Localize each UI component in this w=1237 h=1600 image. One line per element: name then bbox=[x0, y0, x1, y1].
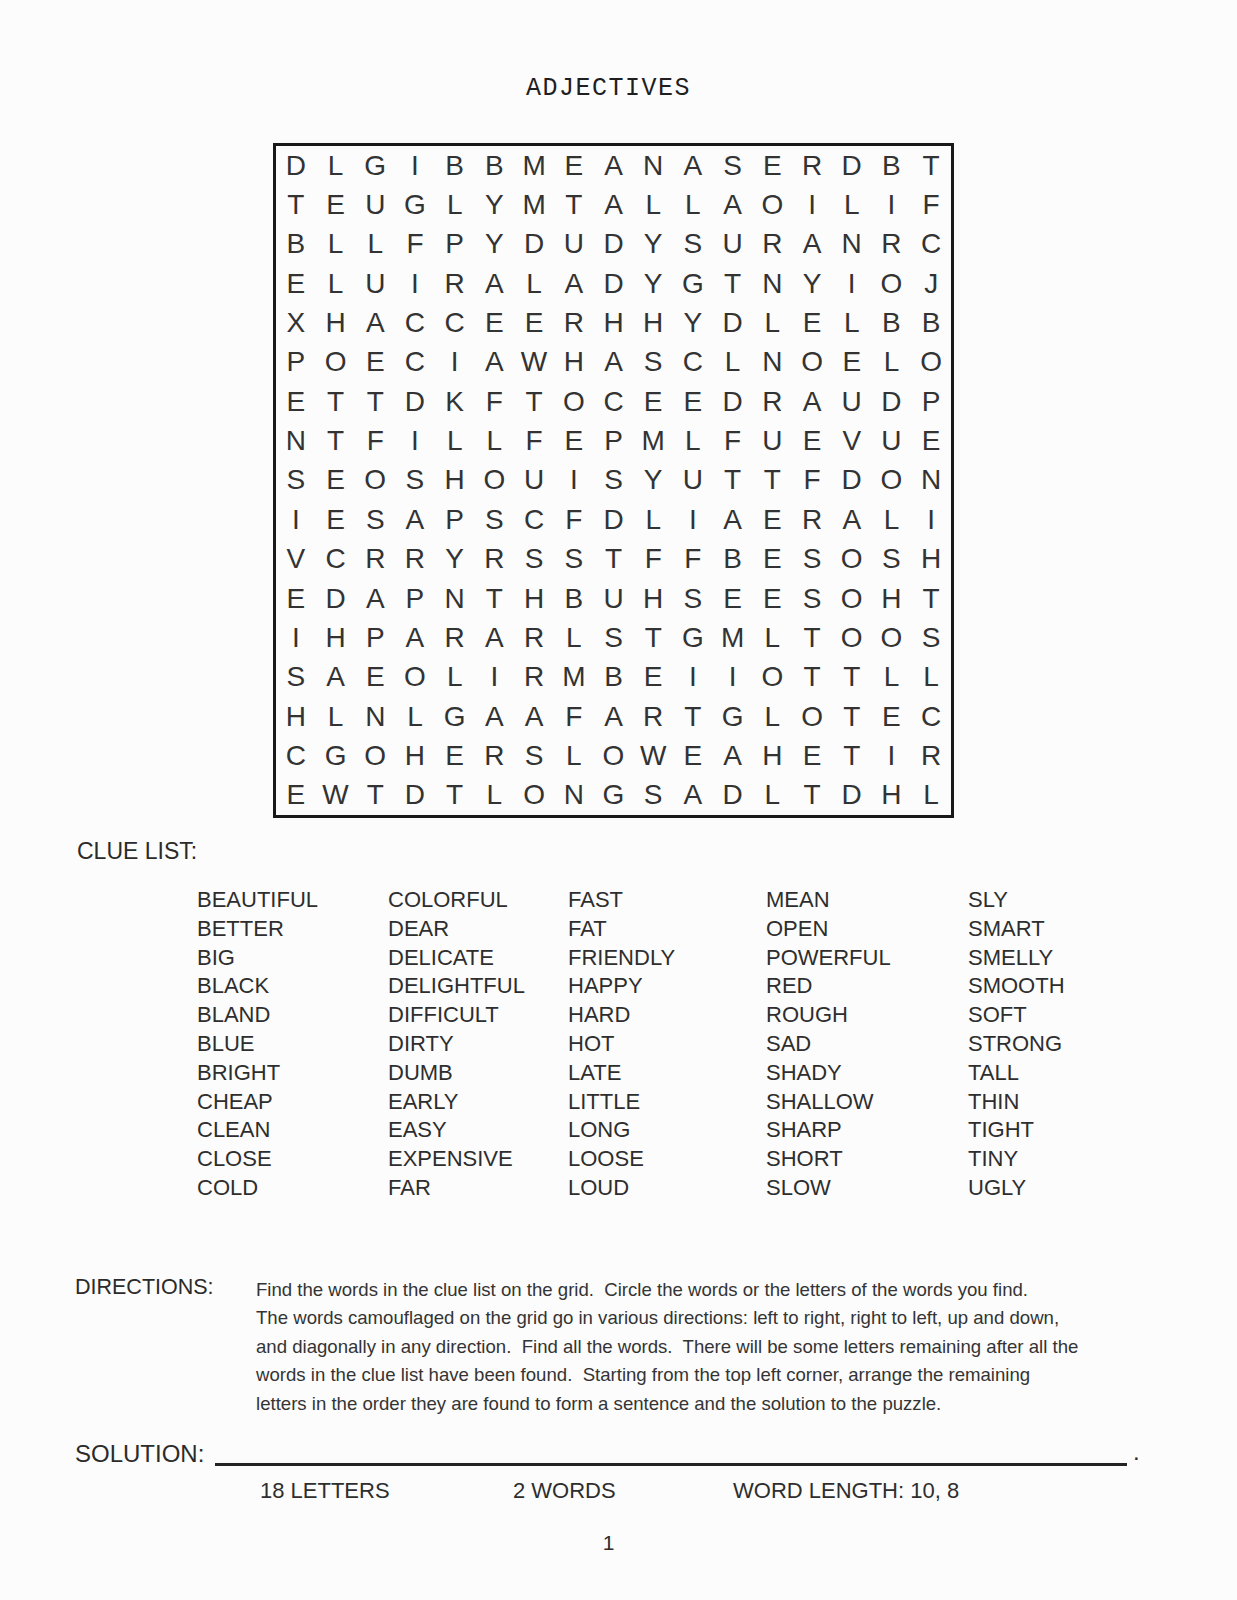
clue-word: TINY bbox=[968, 1145, 1065, 1174]
grid-cell-r15c14: O bbox=[792, 697, 832, 736]
grid-cell-r2c17: F bbox=[911, 185, 951, 224]
grid-cell-r17c17: L bbox=[911, 776, 951, 815]
clue-word: SMART bbox=[968, 915, 1065, 944]
grid-cell-r13c13: L bbox=[752, 618, 792, 657]
grid-cell-r3c10: Y bbox=[633, 225, 673, 264]
clue-word: HOT bbox=[568, 1030, 675, 1059]
grid-cell-r7c17: P bbox=[911, 382, 951, 421]
grid-cell-r8c7: F bbox=[514, 421, 554, 460]
grid-cell-r14c8: M bbox=[554, 658, 594, 697]
grid-cell-r4c3: U bbox=[355, 264, 395, 303]
grid-cell-r2c15: L bbox=[832, 185, 872, 224]
grid-cell-r9c11: U bbox=[673, 461, 713, 500]
grid-cell-r5c1: X bbox=[276, 303, 316, 342]
grid-cell-r9c13: T bbox=[752, 461, 792, 500]
grid-cell-r11c7: S bbox=[514, 540, 554, 579]
grid-cell-r2c16: I bbox=[872, 185, 912, 224]
grid-cell-r2c10: L bbox=[633, 185, 673, 224]
grid-cell-r11c17: H bbox=[911, 540, 951, 579]
grid-cell-r17c11: A bbox=[673, 776, 713, 815]
grid-cell-r13c7: R bbox=[514, 618, 554, 657]
grid-cell-r3c13: R bbox=[752, 225, 792, 264]
clue-word: SHALLOW bbox=[766, 1088, 891, 1117]
grid-cell-r14c14: T bbox=[792, 658, 832, 697]
grid-cell-r13c17: S bbox=[911, 618, 951, 657]
grid-cell-r4c16: O bbox=[872, 264, 912, 303]
grid-cell-r11c9: T bbox=[594, 540, 634, 579]
grid-cell-r17c6: L bbox=[475, 776, 515, 815]
grid-cell-r6c17: O bbox=[911, 343, 951, 382]
solution-word-lengths: WORD LENGTH: 10, 8 bbox=[733, 1478, 959, 1504]
grid-cell-r2c5: L bbox=[435, 185, 475, 224]
grid-cell-r16c12: A bbox=[713, 736, 753, 775]
grid-cell-r16c9: O bbox=[594, 736, 634, 775]
grid-cell-r5c13: L bbox=[752, 303, 792, 342]
grid-cell-r3c17: C bbox=[911, 225, 951, 264]
directions-line: words in the clue list have been found. … bbox=[256, 1361, 1078, 1389]
grid-cell-r5c6: E bbox=[475, 303, 515, 342]
grid-cell-r4c17: J bbox=[911, 264, 951, 303]
clue-word: DUMB bbox=[388, 1059, 525, 1088]
grid-cell-r17c14: T bbox=[792, 776, 832, 815]
grid-cell-r9c6: O bbox=[475, 461, 515, 500]
clue-word: BEAUTIFUL bbox=[197, 886, 318, 915]
word-search-grid: DLGIBBMEANASERDBTTEUGLYMTALLAOILIFBLLFPY… bbox=[273, 143, 954, 818]
grid-cell-r15c17: C bbox=[911, 697, 951, 736]
grid-cell-r7c13: R bbox=[752, 382, 792, 421]
grid-cell-r4c12: T bbox=[713, 264, 753, 303]
grid-cell-r9c3: O bbox=[355, 461, 395, 500]
clue-word: SMOOTH bbox=[968, 972, 1065, 1001]
page-number: 1 bbox=[0, 1531, 1217, 1555]
grid-cell-r16c15: T bbox=[832, 736, 872, 775]
grid-cell-r16c14: E bbox=[792, 736, 832, 775]
grid-cell-r9c10: Y bbox=[633, 461, 673, 500]
clue-column-2: COLORFULDEARDELICATEDELIGHTFULDIFFICULTD… bbox=[388, 886, 525, 1203]
grid-cell-r12c14: S bbox=[792, 579, 832, 618]
grid-cell-r17c7: O bbox=[514, 776, 554, 815]
grid-cell-r12c17: T bbox=[911, 579, 951, 618]
grid-cell-r2c2: E bbox=[316, 185, 356, 224]
grid-cell-r16c17: R bbox=[911, 736, 951, 775]
grid-cell-r4c11: G bbox=[673, 264, 713, 303]
clue-word: DELICATE bbox=[388, 944, 525, 973]
grid-cell-r11c15: O bbox=[832, 540, 872, 579]
grid-cell-r9c7: U bbox=[514, 461, 554, 500]
grid-cell-r14c12: I bbox=[713, 658, 753, 697]
grid-cell-r15c1: H bbox=[276, 697, 316, 736]
grid-cell-r7c5: K bbox=[435, 382, 475, 421]
grid-cell-r8c13: U bbox=[752, 421, 792, 460]
grid-cell-r14c4: O bbox=[395, 658, 435, 697]
grid-cell-r9c5: H bbox=[435, 461, 475, 500]
grid-cell-r13c14: T bbox=[792, 618, 832, 657]
grid-cell-r6c15: E bbox=[832, 343, 872, 382]
grid-cell-r11c11: F bbox=[673, 540, 713, 579]
grid-cell-r2c6: Y bbox=[475, 185, 515, 224]
grid-cell-r8c12: F bbox=[713, 421, 753, 460]
grid-cell-r12c16: H bbox=[872, 579, 912, 618]
grid-cell-r10c2: E bbox=[316, 500, 356, 539]
grid-cell-r9c4: S bbox=[395, 461, 435, 500]
grid-cell-r3c9: D bbox=[594, 225, 634, 264]
grid-cell-r11c16: S bbox=[872, 540, 912, 579]
clue-word: SHADY bbox=[766, 1059, 891, 1088]
clue-word: FAR bbox=[388, 1174, 525, 1203]
grid-cell-r13c11: G bbox=[673, 618, 713, 657]
grid-cell-r12c3: A bbox=[355, 579, 395, 618]
grid-cell-r3c6: Y bbox=[475, 225, 515, 264]
clue-word: HAPPY bbox=[568, 972, 675, 1001]
grid-cell-r7c4: D bbox=[395, 382, 435, 421]
grid-cell-r8c5: L bbox=[435, 421, 475, 460]
grid-cell-r16c4: H bbox=[395, 736, 435, 775]
clue-word: FRIENDLY bbox=[568, 944, 675, 973]
grid-cell-r17c15: D bbox=[832, 776, 872, 815]
grid-cell-r15c7: A bbox=[514, 697, 554, 736]
solution-terminator: . bbox=[1133, 1438, 1140, 1466]
grid-cell-r5c8: R bbox=[554, 303, 594, 342]
grid-cell-r10c1: I bbox=[276, 500, 316, 539]
grid-cell-r12c13: E bbox=[752, 579, 792, 618]
grid-cell-r17c8: N bbox=[554, 776, 594, 815]
grid-cell-r1c8: E bbox=[554, 146, 594, 185]
grid-cell-r4c5: R bbox=[435, 264, 475, 303]
grid-cell-r1c14: R bbox=[792, 146, 832, 185]
grid-cell-r14c11: I bbox=[673, 658, 713, 697]
grid-cell-r15c12: G bbox=[713, 697, 753, 736]
grid-cell-r16c1: C bbox=[276, 736, 316, 775]
grid-cell-r17c16: H bbox=[872, 776, 912, 815]
grid-cell-r10c13: E bbox=[752, 500, 792, 539]
grid-cell-r14c5: L bbox=[435, 658, 475, 697]
grid-cell-r7c14: A bbox=[792, 382, 832, 421]
grid-cell-r3c8: U bbox=[554, 225, 594, 264]
grid-cell-r17c5: T bbox=[435, 776, 475, 815]
grid-cell-r13c6: A bbox=[475, 618, 515, 657]
grid-cell-r14c2: A bbox=[316, 658, 356, 697]
grid-cell-r14c3: E bbox=[355, 658, 395, 697]
grid-cell-r2c14: I bbox=[792, 185, 832, 224]
grid-cell-r9c16: O bbox=[872, 461, 912, 500]
grid-cell-r11c3: R bbox=[355, 540, 395, 579]
grid-cell-r16c11: E bbox=[673, 736, 713, 775]
grid-cell-r5c3: A bbox=[355, 303, 395, 342]
clue-word: LATE bbox=[568, 1059, 675, 1088]
grid-cell-r2c9: A bbox=[594, 185, 634, 224]
grid-cell-r10c4: A bbox=[395, 500, 435, 539]
grid-cell-r10c5: P bbox=[435, 500, 475, 539]
grid-cell-r10c17: I bbox=[911, 500, 951, 539]
grid-cell-r7c11: E bbox=[673, 382, 713, 421]
grid-cell-r6c6: A bbox=[475, 343, 515, 382]
grid-cell-r14c9: B bbox=[594, 658, 634, 697]
clue-word: SHARP bbox=[766, 1116, 891, 1145]
grid-cell-r10c8: F bbox=[554, 500, 594, 539]
grid-cell-r9c14: F bbox=[792, 461, 832, 500]
grid-cell-r4c10: Y bbox=[633, 264, 673, 303]
grid-cell-r2c8: T bbox=[554, 185, 594, 224]
clue-word: THIN bbox=[968, 1088, 1065, 1117]
grid-cell-r1c16: B bbox=[872, 146, 912, 185]
grid-cell-r14c1: S bbox=[276, 658, 316, 697]
grid-cell-r8c9: P bbox=[594, 421, 634, 460]
clue-word: LOUD bbox=[568, 1174, 675, 1203]
grid-cell-r5c15: L bbox=[832, 303, 872, 342]
grid-cell-r5c16: B bbox=[872, 303, 912, 342]
grid-cell-r4c8: A bbox=[554, 264, 594, 303]
grid-cell-r5c2: H bbox=[316, 303, 356, 342]
grid-cell-r5c17: B bbox=[911, 303, 951, 342]
grid-cell-r5c14: E bbox=[792, 303, 832, 342]
grid-cell-r17c2: W bbox=[316, 776, 356, 815]
grid-cell-r7c6: F bbox=[475, 382, 515, 421]
clue-word: SHORT bbox=[766, 1145, 891, 1174]
clue-word: STRONG bbox=[968, 1030, 1065, 1059]
grid-cell-r15c3: N bbox=[355, 697, 395, 736]
grid-cell-r15c5: G bbox=[435, 697, 475, 736]
grid-cell-r1c6: B bbox=[475, 146, 515, 185]
grid-cell-r3c3: L bbox=[355, 225, 395, 264]
grid-cell-r8c16: U bbox=[872, 421, 912, 460]
grid-cell-r11c10: F bbox=[633, 540, 673, 579]
grid-cell-r11c12: B bbox=[713, 540, 753, 579]
grid-cell-r15c8: F bbox=[554, 697, 594, 736]
grid-cell-r5c4: C bbox=[395, 303, 435, 342]
grid-cell-r9c15: D bbox=[832, 461, 872, 500]
grid-cell-r13c16: O bbox=[872, 618, 912, 657]
grid-cell-r12c6: T bbox=[475, 579, 515, 618]
clue-word: DIFFICULT bbox=[388, 1001, 525, 1030]
grid-cell-r12c9: U bbox=[594, 579, 634, 618]
grid-cell-r10c9: D bbox=[594, 500, 634, 539]
grid-cell-r4c13: N bbox=[752, 264, 792, 303]
grid-cell-r12c2: D bbox=[316, 579, 356, 618]
clue-word: COLD bbox=[197, 1174, 318, 1203]
clue-word: MEAN bbox=[766, 886, 891, 915]
directions-text: Find the words in the clue list on the g… bbox=[256, 1276, 1078, 1418]
grid-cell-r17c10: S bbox=[633, 776, 673, 815]
grid-cell-r6c12: L bbox=[713, 343, 753, 382]
grid-cell-r6c7: W bbox=[514, 343, 554, 382]
clue-column-4: MEANOPENPOWERFULREDROUGHSADSHADYSHALLOWS… bbox=[766, 886, 891, 1203]
grid-cell-r12c8: B bbox=[554, 579, 594, 618]
grid-cell-r3c14: A bbox=[792, 225, 832, 264]
clue-word: COLORFUL bbox=[388, 886, 525, 915]
grid-cell-r13c3: P bbox=[355, 618, 395, 657]
grid-cell-r1c11: A bbox=[673, 146, 713, 185]
grid-cell-r11c5: Y bbox=[435, 540, 475, 579]
grid-cell-r6c11: C bbox=[673, 343, 713, 382]
grid-cell-r13c12: M bbox=[713, 618, 753, 657]
grid-cell-r1c15: D bbox=[832, 146, 872, 185]
clue-word: FAST bbox=[568, 886, 675, 915]
clue-word: RED bbox=[766, 972, 891, 1001]
grid-cell-r16c7: S bbox=[514, 736, 554, 775]
clue-word: LITTLE bbox=[568, 1088, 675, 1117]
grid-cell-r8c11: L bbox=[673, 421, 713, 460]
grid-cell-r15c2: L bbox=[316, 697, 356, 736]
solution-label: SOLUTION: bbox=[75, 1440, 204, 1468]
directions-line: Find the words in the clue list on the g… bbox=[256, 1276, 1078, 1304]
grid-cell-r10c11: I bbox=[673, 500, 713, 539]
clue-column-1: BEAUTIFULBETTERBIGBLACKBLANDBLUEBRIGHTCH… bbox=[197, 886, 318, 1203]
grid-cell-r8c2: T bbox=[316, 421, 356, 460]
grid-cell-r4c15: I bbox=[832, 264, 872, 303]
grid-cell-r9c8: I bbox=[554, 461, 594, 500]
clue-word: CLOSE bbox=[197, 1145, 318, 1174]
grid-cell-r1c17: T bbox=[911, 146, 951, 185]
grid-cell-r16c5: E bbox=[435, 736, 475, 775]
clue-word: DEAR bbox=[388, 915, 525, 944]
grid-cell-r7c15: U bbox=[832, 382, 872, 421]
grid-cell-r4c14: Y bbox=[792, 264, 832, 303]
grid-cell-r16c10: W bbox=[633, 736, 673, 775]
grid-cell-r4c2: L bbox=[316, 264, 356, 303]
grid-cell-r14c15: T bbox=[832, 658, 872, 697]
grid-cell-r2c7: M bbox=[514, 185, 554, 224]
grid-cell-r3c12: U bbox=[713, 225, 753, 264]
grid-cell-r12c1: E bbox=[276, 579, 316, 618]
grid-cell-r10c15: A bbox=[832, 500, 872, 539]
grid-cell-r7c7: T bbox=[514, 382, 554, 421]
grid-cell-r17c1: E bbox=[276, 776, 316, 815]
clue-word: EARLY bbox=[388, 1088, 525, 1117]
grid-cell-r4c7: L bbox=[514, 264, 554, 303]
grid-cell-r16c3: O bbox=[355, 736, 395, 775]
clue-column-5: SLYSMARTSMELLYSMOOTHSOFTSTRONGTALLTHINTI… bbox=[968, 886, 1065, 1203]
grid-cell-r6c13: N bbox=[752, 343, 792, 382]
clue-word: BLACK bbox=[197, 972, 318, 1001]
grid-cell-r12c15: O bbox=[832, 579, 872, 618]
grid-cell-r9c12: T bbox=[713, 461, 753, 500]
grid-cell-r3c15: N bbox=[832, 225, 872, 264]
clue-word: HARD bbox=[568, 1001, 675, 1030]
grid-cell-r11c8: S bbox=[554, 540, 594, 579]
grid-cell-r11c6: R bbox=[475, 540, 515, 579]
grid-cell-r3c5: P bbox=[435, 225, 475, 264]
clue-word: ROUGH bbox=[766, 1001, 891, 1030]
grid-cell-r1c13: E bbox=[752, 146, 792, 185]
grid-cell-r13c1: I bbox=[276, 618, 316, 657]
grid-cell-r12c4: P bbox=[395, 579, 435, 618]
grid-cell-r6c14: O bbox=[792, 343, 832, 382]
grid-cell-r5c10: H bbox=[633, 303, 673, 342]
page-title: ADJECTIVES bbox=[0, 74, 1217, 103]
grid-cell-r14c10: E bbox=[633, 658, 673, 697]
grid-cell-r15c16: E bbox=[872, 697, 912, 736]
grid-cell-r3c2: L bbox=[316, 225, 356, 264]
grid-cell-r4c6: A bbox=[475, 264, 515, 303]
grid-cell-r14c6: I bbox=[475, 658, 515, 697]
clue-word: BRIGHT bbox=[197, 1059, 318, 1088]
directions-line: The words camouflaged on the grid go in … bbox=[256, 1304, 1078, 1332]
grid-cell-r5c11: Y bbox=[673, 303, 713, 342]
grid-cell-r9c1: S bbox=[276, 461, 316, 500]
grid-cell-r3c4: F bbox=[395, 225, 435, 264]
grid-cell-r6c2: O bbox=[316, 343, 356, 382]
grid-cell-r8c17: E bbox=[911, 421, 951, 460]
grid-cell-r14c17: L bbox=[911, 658, 951, 697]
clue-word: BLAND bbox=[197, 1001, 318, 1030]
grid-cell-r6c9: A bbox=[594, 343, 634, 382]
clue-word: DELIGHTFUL bbox=[388, 972, 525, 1001]
solution-blank-line bbox=[215, 1463, 1127, 1466]
grid-cell-r11c4: R bbox=[395, 540, 435, 579]
grid-cell-r13c2: H bbox=[316, 618, 356, 657]
grid-cell-r14c7: R bbox=[514, 658, 554, 697]
grid-cell-r16c6: R bbox=[475, 736, 515, 775]
grid-cell-r12c12: E bbox=[713, 579, 753, 618]
grid-cell-r16c2: G bbox=[316, 736, 356, 775]
grid-cell-r5c9: H bbox=[594, 303, 634, 342]
clue-word: LONG bbox=[568, 1116, 675, 1145]
grid-cell-r10c14: R bbox=[792, 500, 832, 539]
grid-cell-r15c4: L bbox=[395, 697, 435, 736]
grid-cell-r6c3: E bbox=[355, 343, 395, 382]
directions-line: and diagonally in any direction. Find al… bbox=[256, 1333, 1078, 1361]
grid-cell-r12c10: H bbox=[633, 579, 673, 618]
grid-cell-r4c4: I bbox=[395, 264, 435, 303]
grid-cell-r1c9: A bbox=[594, 146, 634, 185]
grid-cell-r13c4: A bbox=[395, 618, 435, 657]
clue-word: BLUE bbox=[197, 1030, 318, 1059]
grid-cell-r10c10: L bbox=[633, 500, 673, 539]
clue-word: FAT bbox=[568, 915, 675, 944]
grid-cell-r7c16: D bbox=[872, 382, 912, 421]
grid-cell-r15c9: A bbox=[594, 697, 634, 736]
grid-cell-r5c5: C bbox=[435, 303, 475, 342]
grid-cell-r14c16: L bbox=[872, 658, 912, 697]
clue-word: TIGHT bbox=[968, 1116, 1065, 1145]
grid-cell-r2c4: G bbox=[395, 185, 435, 224]
clue-word: BETTER bbox=[197, 915, 318, 944]
grid-cell-r6c10: S bbox=[633, 343, 673, 382]
clue-column-3: FASTFATFRIENDLYHAPPYHARDHOTLATELITTLELON… bbox=[568, 886, 675, 1203]
grid-cell-r12c7: H bbox=[514, 579, 554, 618]
grid-cell-r17c3: T bbox=[355, 776, 395, 815]
grid-cell-r8c3: F bbox=[355, 421, 395, 460]
clue-word: CHEAP bbox=[197, 1088, 318, 1117]
grid-cell-r1c2: L bbox=[316, 146, 356, 185]
grid-cell-r9c17: N bbox=[911, 461, 951, 500]
grid-cell-r8c4: I bbox=[395, 421, 435, 460]
grid-cell-r1c1: D bbox=[276, 146, 316, 185]
grid-cell-r7c8: O bbox=[554, 382, 594, 421]
clue-word: EASY bbox=[388, 1116, 525, 1145]
grid-cell-r2c12: A bbox=[713, 185, 753, 224]
grid-cell-r7c10: E bbox=[633, 382, 673, 421]
grid-cell-r10c6: S bbox=[475, 500, 515, 539]
grid-cell-r3c7: D bbox=[514, 225, 554, 264]
grid-cell-r5c12: D bbox=[713, 303, 753, 342]
grid-cell-r10c3: S bbox=[355, 500, 395, 539]
directions-label: DIRECTIONS: bbox=[75, 1275, 214, 1300]
grid-cell-r7c2: T bbox=[316, 382, 356, 421]
grid-cell-r9c2: E bbox=[316, 461, 356, 500]
grid-cell-r8c14: E bbox=[792, 421, 832, 460]
clue-word: EXPENSIVE bbox=[388, 1145, 525, 1174]
grid-cell-r11c1: V bbox=[276, 540, 316, 579]
grid-cell-r5c7: E bbox=[514, 303, 554, 342]
grid-cell-r12c5: N bbox=[435, 579, 475, 618]
grid-cell-r7c12: D bbox=[713, 382, 753, 421]
grid-cell-r6c8: H bbox=[554, 343, 594, 382]
clue-word: OPEN bbox=[766, 915, 891, 944]
grid-cell-r17c12: D bbox=[713, 776, 753, 815]
clue-list-label: CLUE LIST: bbox=[77, 838, 197, 865]
grid-cell-r15c15: T bbox=[832, 697, 872, 736]
